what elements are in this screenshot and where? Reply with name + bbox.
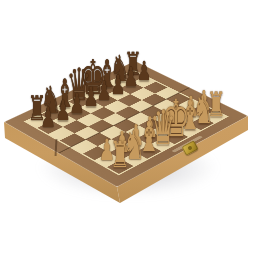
piece-black-pawn-d7[interactable]: ♟ [83, 83, 98, 110]
piece-black-pawn-a7[interactable]: ♟ [40, 103, 56, 131]
piece-white-rook-a1[interactable]: ♜ [110, 137, 130, 173]
product-photo-scene: ⋯ ♜♞♝♚♛♝♞♜♟♟♟♟♟♟♟♟♟♟♟♟♟♟♟♟♜♞♝♚♛♝♞♜ [0, 0, 256, 256]
piece-black-pawn-f7[interactable]: ♟ [110, 71, 125, 98]
piece-black-pawn-g7[interactable]: ♟ [124, 64, 139, 91]
pieces-layer: ♜♞♝♚♛♝♞♜♟♟♟♟♟♟♟♟♟♟♟♟♟♟♟♟♜♞♝♚♛♝♞♜ [0, 0, 256, 256]
piece-black-pawn-b7[interactable]: ♟ [55, 97, 71, 125]
piece-black-pawn-h7[interactable]: ♟ [137, 58, 152, 85]
piece-black-pawn-e7[interactable]: ♟ [97, 77, 112, 104]
piece-black-pawn-c7[interactable]: ♟ [69, 90, 84, 118]
